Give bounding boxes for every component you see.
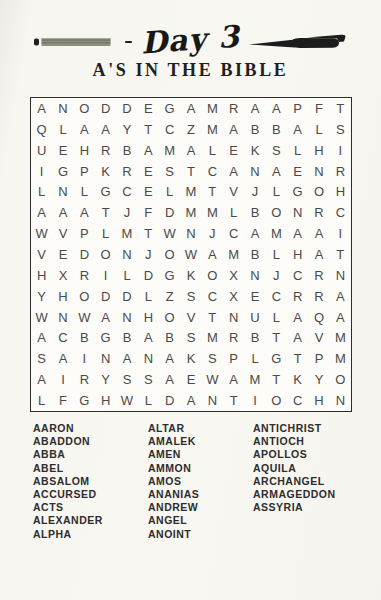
grid-cell[interactable]: W bbox=[180, 244, 201, 265]
grid-cell[interactable]: C bbox=[159, 119, 180, 140]
grid-cell[interactable]: L bbox=[31, 181, 52, 202]
word-list-item: ARCHANGEL bbox=[253, 475, 336, 488]
grid-cell[interactable]: E bbox=[52, 140, 73, 161]
grid-cell[interactable]: L bbox=[266, 244, 287, 265]
grid-cell[interactable]: A bbox=[95, 119, 116, 140]
grid-cell[interactable]: M bbox=[202, 328, 223, 349]
grid-cell[interactable]: R bbox=[95, 140, 116, 161]
grid-cell[interactable]: N bbox=[330, 265, 351, 286]
grid-cell[interactable]: T bbox=[223, 390, 244, 411]
grid-cell[interactable]: V bbox=[223, 181, 244, 202]
grid-cell[interactable]: T bbox=[138, 223, 159, 244]
grid-cell[interactable]: A bbox=[308, 244, 329, 265]
grid-cell[interactable]: A bbox=[159, 369, 180, 390]
grid-cell[interactable]: H bbox=[308, 140, 329, 161]
grid-cell[interactable]: H bbox=[74, 140, 95, 161]
grid-cell[interactable]: T bbox=[287, 348, 308, 369]
grid-cell[interactable]: C bbox=[287, 265, 308, 286]
word-list-item: ACCURSED bbox=[33, 488, 148, 501]
grid-cell[interactable]: J bbox=[266, 265, 287, 286]
grid-cell[interactable]: L bbox=[31, 390, 52, 411]
grid-cell[interactable]: C bbox=[52, 328, 73, 349]
word-list-item: ANDREW bbox=[148, 501, 253, 514]
grid-cell[interactable]: J bbox=[138, 244, 159, 265]
grid-cell[interactable]: O bbox=[159, 244, 180, 265]
grid-cell[interactable]: O bbox=[159, 307, 180, 328]
grid-cell[interactable]: N bbox=[52, 181, 73, 202]
grid-cell[interactable]: N bbox=[244, 265, 265, 286]
grid-cell[interactable]: D bbox=[138, 265, 159, 286]
word-list-item: AMMON bbox=[148, 462, 253, 475]
grid-cell[interactable]: T bbox=[266, 369, 287, 390]
grid-cell[interactable]: L bbox=[95, 223, 116, 244]
grid-cell[interactable]: V bbox=[52, 223, 73, 244]
grid-cell[interactable]: W bbox=[31, 307, 52, 328]
grid-cell[interactable]: O bbox=[74, 286, 95, 307]
grid-cell[interactable]: J bbox=[202, 223, 223, 244]
grid-cell[interactable]: I bbox=[330, 140, 351, 161]
grid-cell[interactable]: O bbox=[308, 181, 329, 202]
grid-cell[interactable]: N bbox=[244, 161, 265, 182]
word-list-item: ABEL bbox=[33, 462, 148, 475]
word-list-item: AARON bbox=[33, 422, 148, 435]
grid-cell[interactable]: G bbox=[159, 98, 180, 119]
grid-cell[interactable]: D bbox=[95, 286, 116, 307]
grid-cell[interactable]: O bbox=[266, 390, 287, 411]
pen-icon bbox=[249, 32, 347, 52]
grid-cell[interactable]: K bbox=[244, 140, 265, 161]
grid-cell[interactable]: Z bbox=[159, 286, 180, 307]
grid-cell[interactable]: O bbox=[202, 265, 223, 286]
grid-cell[interactable]: H bbox=[330, 181, 351, 202]
grid-cell[interactable]: N bbox=[95, 348, 116, 369]
word-column-3: ANTICHRISTANTIOCHAPOLLOSAQUILAARCHANGELA… bbox=[253, 422, 336, 541]
grid-cell[interactable]: M bbox=[180, 202, 201, 223]
grid-cell[interactable]: E bbox=[244, 286, 265, 307]
grid-cell[interactable]: T bbox=[202, 181, 223, 202]
grid-cell[interactable]: G bbox=[287, 181, 308, 202]
page-header: Day 3 A'S IN THE BIBLE bbox=[0, 24, 381, 81]
grid-cell[interactable]: L bbox=[52, 119, 73, 140]
grid-cell[interactable]: D bbox=[116, 98, 137, 119]
grid-cell[interactable]: C bbox=[116, 181, 137, 202]
grid-cell[interactable]: O bbox=[266, 202, 287, 223]
grid-cell[interactable]: L bbox=[74, 181, 95, 202]
grid-cell[interactable]: M bbox=[266, 223, 287, 244]
grid-cell[interactable]: H bbox=[308, 390, 329, 411]
grid-cell[interactable]: I bbox=[52, 369, 73, 390]
grid-cell[interactable]: G bbox=[74, 390, 95, 411]
grid-cell[interactable]: S bbox=[138, 369, 159, 390]
grid-cell[interactable]: N bbox=[287, 202, 308, 223]
grid-cell[interactable]: E bbox=[52, 244, 73, 265]
grid-cell[interactable]: S bbox=[266, 140, 287, 161]
word-column-2: ALTARAMALEKAMENAMMONAMOSANANIASANDREWANG… bbox=[148, 422, 253, 541]
grid-cell[interactable]: A bbox=[202, 244, 223, 265]
grid-cell[interactable]: L bbox=[308, 119, 329, 140]
grid-cell[interactable]: W bbox=[74, 307, 95, 328]
grid-cell[interactable]: B bbox=[244, 244, 265, 265]
dash-mark bbox=[125, 41, 132, 44]
word-list-item: AMALEK bbox=[148, 435, 253, 448]
grid-cell[interactable]: N bbox=[116, 244, 137, 265]
grid-cell[interactable]: L bbox=[244, 348, 265, 369]
grid-cell[interactable]: B bbox=[244, 328, 265, 349]
grid-cell[interactable]: E bbox=[138, 181, 159, 202]
word-list-item: ASSYRIA bbox=[253, 501, 336, 514]
word-list-item: ANOINT bbox=[148, 528, 253, 541]
grid-cell[interactable]: F bbox=[52, 390, 73, 411]
grid-cell[interactable]: C bbox=[330, 202, 351, 223]
grid-cell[interactable]: A bbox=[159, 348, 180, 369]
grid-cell[interactable]: R bbox=[74, 265, 95, 286]
grid-cell[interactable]: H bbox=[138, 307, 159, 328]
grid-cell[interactable]: A bbox=[266, 98, 287, 119]
grid-cell[interactable]: L bbox=[202, 140, 223, 161]
grid-cell[interactable]: N bbox=[308, 161, 329, 182]
grid-cell[interactable]: S bbox=[180, 286, 201, 307]
grid-cell[interactable]: C bbox=[202, 286, 223, 307]
grid-cell[interactable]: A bbox=[180, 390, 201, 411]
grid-cell[interactable]: W bbox=[116, 390, 137, 411]
grid-cell[interactable]: Y bbox=[95, 369, 116, 390]
grid-cell[interactable]: Y bbox=[31, 286, 52, 307]
grid-cell[interactable]: R bbox=[116, 161, 137, 182]
grid-cell[interactable]: I bbox=[95, 265, 116, 286]
grid-cell[interactable]: M bbox=[202, 98, 223, 119]
grid-cell[interactable]: P bbox=[223, 348, 244, 369]
grid-cell[interactable]: H bbox=[95, 390, 116, 411]
day-label: Day 3 bbox=[138, 18, 244, 66]
word-list-item: ANANIAS bbox=[148, 488, 253, 501]
grid-cell[interactable]: L bbox=[159, 181, 180, 202]
grid-cell[interactable]: H bbox=[287, 244, 308, 265]
grid-cell[interactable]: H bbox=[31, 265, 52, 286]
grid-cell[interactable]: C bbox=[266, 286, 287, 307]
grid-cell[interactable]: N bbox=[138, 348, 159, 369]
word-list-item: ABBA bbox=[33, 448, 148, 461]
grid-cell[interactable]: V bbox=[31, 244, 52, 265]
grid-cell[interactable]: A bbox=[138, 328, 159, 349]
grid-cell[interactable]: B bbox=[116, 140, 137, 161]
word-column-1: AARONABADDONABBAABELABSALOMACCURSEDACTSA… bbox=[33, 422, 148, 541]
grid-cell[interactable]: J bbox=[116, 202, 137, 223]
grid-cell[interactable]: O bbox=[330, 369, 351, 390]
grid-cell[interactable]: A bbox=[287, 223, 308, 244]
grid-cell[interactable]: A bbox=[223, 369, 244, 390]
grid-cell[interactable]: A bbox=[31, 98, 52, 119]
grid-cell[interactable]: M bbox=[116, 223, 137, 244]
grid-cell[interactable]: H bbox=[52, 286, 73, 307]
grid-cell[interactable]: A bbox=[223, 119, 244, 140]
grid-cell[interactable]: N bbox=[116, 307, 137, 328]
grid-cell[interactable]: X bbox=[223, 265, 244, 286]
grid-cell[interactable]: E bbox=[138, 98, 159, 119]
grid-cell[interactable]: A bbox=[287, 328, 308, 349]
grid-cell[interactable]: B bbox=[116, 328, 137, 349]
word-list-item: ANGEL bbox=[148, 514, 253, 527]
word-list-item: ALTAR bbox=[148, 422, 253, 435]
grid-cell[interactable]: L bbox=[266, 307, 287, 328]
grid-cell[interactable]: N bbox=[180, 223, 201, 244]
grid-cell[interactable]: A bbox=[330, 286, 351, 307]
grid-cell[interactable]: D bbox=[116, 286, 137, 307]
grid-cell[interactable]: L bbox=[138, 390, 159, 411]
grid-cell[interactable]: B bbox=[244, 202, 265, 223]
grid-cell[interactable]: M bbox=[330, 348, 351, 369]
grid-cell[interactable]: K bbox=[180, 265, 201, 286]
grid-cell[interactable]: I bbox=[330, 223, 351, 244]
grid-cell[interactable]: W bbox=[202, 369, 223, 390]
grid-cell[interactable]: A bbox=[287, 307, 308, 328]
grid-cell[interactable]: X bbox=[223, 286, 244, 307]
grid-cell[interactable]: R bbox=[223, 98, 244, 119]
word-list-item: ALPHA bbox=[33, 528, 148, 541]
grid-cell[interactable]: W bbox=[31, 223, 52, 244]
grid-cell[interactable]: A bbox=[74, 202, 95, 223]
grid-cell[interactable]: N bbox=[52, 307, 73, 328]
grid-cell[interactable]: O bbox=[95, 244, 116, 265]
grid-cell[interactable]: E bbox=[287, 161, 308, 182]
grid-cell[interactable]: U bbox=[31, 140, 52, 161]
grid-cell[interactable]: G bbox=[95, 181, 116, 202]
page-title: A'S IN THE BIBLE bbox=[0, 60, 381, 81]
grid-cell[interactable]: L bbox=[223, 202, 244, 223]
grid-cell[interactable]: N bbox=[223, 307, 244, 328]
grid-cell[interactable]: S bbox=[330, 119, 351, 140]
puzzle-page: Day 3 A'S IN THE BIBLE ANODDEGAMRAAPFTQL… bbox=[0, 0, 381, 600]
grid-cell[interactable]: N bbox=[330, 390, 351, 411]
word-list-item: ANTIOCH bbox=[253, 435, 336, 448]
grid-cell[interactable]: D bbox=[159, 390, 180, 411]
grid-cell[interactable]: Q bbox=[308, 307, 329, 328]
grid-cell[interactable]: M bbox=[202, 119, 223, 140]
grid-cell[interactable]: T bbox=[180, 161, 201, 182]
grid-cell[interactable]: A bbox=[266, 161, 287, 182]
grid-cell[interactable]: A bbox=[138, 140, 159, 161]
grid-cell[interactable]: R bbox=[308, 265, 329, 286]
word-list-item: ABSALOM bbox=[33, 475, 148, 488]
grid-cell[interactable]: E bbox=[223, 140, 244, 161]
grid-cell[interactable]: J bbox=[244, 181, 265, 202]
grid-cell[interactable]: E bbox=[180, 369, 201, 390]
grid-cell[interactable]: M bbox=[180, 181, 201, 202]
grid-cell[interactable]: M bbox=[159, 140, 180, 161]
grid-cell[interactable]: A bbox=[244, 223, 265, 244]
word-list-item: APOLLOS bbox=[253, 448, 336, 461]
grid-cell[interactable]: R bbox=[308, 202, 329, 223]
grid-cell[interactable]: K bbox=[95, 161, 116, 182]
grid-cell[interactable]: R bbox=[330, 161, 351, 182]
grid-cell[interactable]: T bbox=[138, 119, 159, 140]
day-banner: Day 3 bbox=[0, 24, 381, 60]
word-list-item: ALEXANDER bbox=[33, 514, 148, 527]
grid-cell[interactable]: F bbox=[308, 98, 329, 119]
grid-cell[interactable]: E bbox=[138, 161, 159, 182]
grid-cell[interactable]: Y bbox=[308, 369, 329, 390]
grid-cell[interactable]: B bbox=[159, 328, 180, 349]
word-list-item: AMEN bbox=[148, 448, 253, 461]
grid-cell[interactable]: R bbox=[287, 286, 308, 307]
grid-cell[interactable]: V bbox=[308, 328, 329, 349]
grid-cell[interactable]: S bbox=[116, 369, 137, 390]
grid-cell[interactable]: G bbox=[159, 265, 180, 286]
word-list-item: ARMAGEDDON bbox=[253, 488, 336, 501]
grid-cell[interactable]: I bbox=[31, 161, 52, 182]
grid-cell[interactable]: Z bbox=[180, 119, 201, 140]
grid-cell[interactable]: A bbox=[74, 119, 95, 140]
grid-cell[interactable]: D bbox=[74, 244, 95, 265]
grid-cell[interactable]: N bbox=[52, 98, 73, 119]
grid-cell[interactable]: N bbox=[202, 390, 223, 411]
grid-cell[interactable]: X bbox=[52, 265, 73, 286]
word-list-item: AQUILA bbox=[253, 462, 336, 475]
grid-cell[interactable]: C bbox=[223, 223, 244, 244]
grid-cell[interactable]: A bbox=[116, 348, 137, 369]
grid-cell[interactable]: V bbox=[180, 307, 201, 328]
grid-cell[interactable]: B bbox=[74, 328, 95, 349]
grid-cell[interactable]: Q bbox=[31, 119, 52, 140]
grid-cell[interactable]: I bbox=[244, 390, 265, 411]
grid-cell[interactable]: S bbox=[202, 348, 223, 369]
grid-cell[interactable]: W bbox=[159, 223, 180, 244]
grid-cell[interactable]: A bbox=[52, 348, 73, 369]
grid-cell[interactable]: K bbox=[287, 369, 308, 390]
grid-cell[interactable]: B bbox=[244, 119, 265, 140]
grid-cell[interactable]: A bbox=[52, 202, 73, 223]
grid-cell[interactable]: M bbox=[223, 244, 244, 265]
grid-cell[interactable]: A bbox=[31, 202, 52, 223]
grid-cell[interactable]: R bbox=[223, 328, 244, 349]
grid-cell[interactable]: F bbox=[138, 202, 159, 223]
grid-cell[interactable]: A bbox=[180, 140, 201, 161]
grid-cell[interactable]: A bbox=[95, 307, 116, 328]
grid-cell[interactable]: Y bbox=[116, 119, 137, 140]
grid-cell[interactable]: A bbox=[223, 161, 244, 182]
grid-cell[interactable]: P bbox=[74, 223, 95, 244]
grid-cell[interactable]: T bbox=[330, 98, 351, 119]
grid-cell[interactable]: L bbox=[266, 181, 287, 202]
grid-cell[interactable]: G bbox=[95, 328, 116, 349]
grid-cell[interactable]: M bbox=[202, 202, 223, 223]
grid-cell[interactable]: S bbox=[31, 348, 52, 369]
grid-cell[interactable]: I bbox=[74, 348, 95, 369]
word-list-item: ANTICHRIST bbox=[253, 422, 336, 435]
grid-cell[interactable]: A bbox=[31, 328, 52, 349]
pencil-icon bbox=[34, 36, 118, 48]
grid-cell[interactable]: S bbox=[159, 161, 180, 182]
grid-cell[interactable]: A bbox=[31, 369, 52, 390]
grid-cell[interactable]: A bbox=[180, 98, 201, 119]
grid-cell[interactable]: T bbox=[202, 307, 223, 328]
grid-cell[interactable]: C bbox=[202, 161, 223, 182]
grid-cell[interactable]: D bbox=[95, 98, 116, 119]
grid-cell[interactable]: P bbox=[308, 348, 329, 369]
grid-cell[interactable]: R bbox=[308, 286, 329, 307]
grid-cell[interactable]: T bbox=[330, 244, 351, 265]
grid-cell[interactable]: D bbox=[159, 202, 180, 223]
grid-cell[interactable]: R bbox=[74, 369, 95, 390]
grid-cell[interactable]: C bbox=[287, 390, 308, 411]
grid-cell[interactable]: K bbox=[180, 348, 201, 369]
word-list-item: AMOS bbox=[148, 475, 253, 488]
grid-cell[interactable]: A bbox=[287, 119, 308, 140]
grid-cell[interactable]: G bbox=[266, 348, 287, 369]
grid-cell[interactable]: L bbox=[116, 265, 137, 286]
grid-cell[interactable]: S bbox=[180, 328, 201, 349]
grid-cell[interactable]: A bbox=[308, 223, 329, 244]
word-list: AARONABADDONABBAABELABSALOMACCURSEDACTSA… bbox=[33, 422, 336, 541]
grid-cell[interactable]: L bbox=[138, 286, 159, 307]
grid-cell[interactable]: L bbox=[287, 140, 308, 161]
grid-cell[interactable]: A bbox=[244, 98, 265, 119]
grid-cell[interactable]: B bbox=[266, 119, 287, 140]
grid-cell[interactable]: A bbox=[330, 307, 351, 328]
grid-cell[interactable]: P bbox=[287, 98, 308, 119]
letter-grid: ANODDEGAMRAAPFTQLAAYTCZMABBALSUEHRBAMALE… bbox=[30, 97, 352, 412]
grid-cell[interactable]: T bbox=[95, 202, 116, 223]
grid-cell[interactable]: O bbox=[74, 98, 95, 119]
grid-cell[interactable]: U bbox=[244, 307, 265, 328]
grid-cell[interactable]: M bbox=[244, 369, 265, 390]
grid-cell[interactable]: T bbox=[266, 328, 287, 349]
grid-cell[interactable]: P bbox=[74, 161, 95, 182]
grid-cell[interactable]: G bbox=[52, 161, 73, 182]
word-list-item: ACTS bbox=[33, 501, 148, 514]
grid-cell[interactable]: M bbox=[330, 328, 351, 349]
word-list-item: ABADDON bbox=[33, 435, 148, 448]
